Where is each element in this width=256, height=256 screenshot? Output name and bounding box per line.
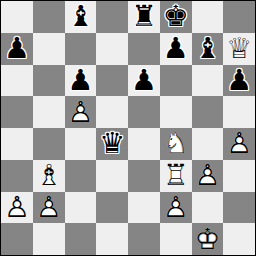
square-h2[interactable]	[223, 192, 255, 224]
square-d8[interactable]	[96, 1, 128, 33]
piece-white-queen-fill: ♛	[223, 33, 255, 65]
square-f1[interactable]	[160, 223, 192, 255]
square-d1[interactable]	[96, 223, 128, 255]
square-a4[interactable]	[1, 128, 33, 160]
square-e6[interactable]: ♟	[128, 65, 160, 97]
square-c5[interactable]: ♟♙	[65, 96, 97, 128]
square-e8[interactable]: ♜	[128, 1, 160, 33]
square-g1[interactable]: ♚♔	[192, 223, 224, 255]
piece-white-pawn-fill: ♟	[33, 192, 65, 224]
piece-black-pawn-f7[interactable]: ♟	[160, 33, 192, 65]
piece-white-pawn-fill: ♟	[192, 160, 224, 192]
square-f7[interactable]: ♟	[160, 33, 192, 65]
square-e2[interactable]	[128, 192, 160, 224]
piece-white-rook-fill: ♜	[160, 160, 192, 192]
square-h8[interactable]	[223, 1, 255, 33]
piece-white-pawn-f2[interactable]: ♙	[160, 192, 192, 224]
square-c7[interactable]	[65, 33, 97, 65]
square-f6[interactable]	[160, 65, 192, 97]
piece-white-bishop-fill: ♝	[33, 160, 65, 192]
square-b5[interactable]	[33, 96, 65, 128]
square-c8[interactable]: ♝	[65, 1, 97, 33]
piece-white-pawn-fill: ♟	[65, 96, 97, 128]
piece-black-pawn-e6[interactable]: ♟	[128, 65, 160, 97]
square-a5[interactable]	[1, 96, 33, 128]
piece-black-pawn-h6[interactable]: ♟	[223, 65, 255, 97]
piece-black-pawn-c6[interactable]: ♟	[65, 65, 97, 97]
piece-black-bishop-c8[interactable]: ♝	[65, 1, 97, 33]
square-g3[interactable]: ♟♙	[192, 160, 224, 192]
piece-white-pawn-g3[interactable]: ♙	[192, 160, 224, 192]
square-f3[interactable]: ♜♖	[160, 160, 192, 192]
piece-white-pawn-b2[interactable]: ♙	[33, 192, 65, 224]
piece-white-queen-h7[interactable]: ♕	[223, 33, 255, 65]
square-h7[interactable]: ♛♕	[223, 33, 255, 65]
piece-white-knight-f4[interactable]: ♘	[160, 128, 192, 160]
square-h6[interactable]: ♟	[223, 65, 255, 97]
piece-white-pawn-c5[interactable]: ♙	[65, 96, 97, 128]
piece-black-pawn-a7[interactable]: ♟	[1, 33, 33, 65]
square-g5[interactable]	[192, 96, 224, 128]
piece-white-king-g1[interactable]: ♔	[192, 223, 224, 255]
piece-black-queen-d4[interactable]: ♛	[96, 128, 128, 160]
square-b6[interactable]	[33, 65, 65, 97]
square-c6[interactable]: ♟	[65, 65, 97, 97]
square-h1[interactable]	[223, 223, 255, 255]
square-g4[interactable]	[192, 128, 224, 160]
square-e7[interactable]	[128, 33, 160, 65]
square-e3[interactable]	[128, 160, 160, 192]
chess-board: ♝♜♚♟♟♝♛♕♟♟♟♟♙♛♞♘♟♙♝♗♜♖♟♙♟♙♟♙♟♙♚♔	[0, 0, 256, 256]
piece-black-rook-e8[interactable]: ♜	[128, 1, 160, 33]
square-g2[interactable]	[192, 192, 224, 224]
square-b4[interactable]	[33, 128, 65, 160]
square-f2[interactable]: ♟♙	[160, 192, 192, 224]
square-h3[interactable]	[223, 160, 255, 192]
square-a2[interactable]: ♟♙	[1, 192, 33, 224]
piece-white-king-fill: ♚	[192, 223, 224, 255]
square-c1[interactable]	[65, 223, 97, 255]
square-e5[interactable]	[128, 96, 160, 128]
square-b3[interactable]: ♝♗	[33, 160, 65, 192]
square-a3[interactable]	[1, 160, 33, 192]
square-c4[interactable]	[65, 128, 97, 160]
square-b7[interactable]	[33, 33, 65, 65]
square-e1[interactable]	[128, 223, 160, 255]
square-a7[interactable]: ♟	[1, 33, 33, 65]
square-e4[interactable]	[128, 128, 160, 160]
chess-diagram: ♝♜♚♟♟♝♛♕♟♟♟♟♙♛♞♘♟♙♝♗♜♖♟♙♟♙♟♙♟♙♚♔	[0, 0, 256, 256]
piece-white-pawn-a2[interactable]: ♙	[1, 192, 33, 224]
piece-white-rook-f3[interactable]: ♖	[160, 160, 192, 192]
square-d3[interactable]	[96, 160, 128, 192]
square-g8[interactable]	[192, 1, 224, 33]
square-b2[interactable]: ♟♙	[33, 192, 65, 224]
square-b1[interactable]	[33, 223, 65, 255]
square-a6[interactable]	[1, 65, 33, 97]
square-d2[interactable]	[96, 192, 128, 224]
square-d6[interactable]	[96, 65, 128, 97]
square-c2[interactable]	[65, 192, 97, 224]
square-h5[interactable]	[223, 96, 255, 128]
piece-white-pawn-h4[interactable]: ♙	[223, 128, 255, 160]
square-a8[interactable]	[1, 1, 33, 33]
piece-white-bishop-b3[interactable]: ♗	[33, 160, 65, 192]
piece-black-bishop-g7[interactable]: ♝	[192, 33, 224, 65]
piece-white-pawn-fill: ♟	[1, 192, 33, 224]
square-b8[interactable]	[33, 1, 65, 33]
square-d5[interactable]	[96, 96, 128, 128]
piece-white-pawn-fill: ♟	[223, 128, 255, 160]
square-h4[interactable]: ♟♙	[223, 128, 255, 160]
square-g7[interactable]: ♝	[192, 33, 224, 65]
piece-black-king-f8[interactable]: ♚	[160, 1, 192, 33]
square-a1[interactable]	[1, 223, 33, 255]
square-f5[interactable]	[160, 96, 192, 128]
square-f8[interactable]: ♚	[160, 1, 192, 33]
square-d7[interactable]	[96, 33, 128, 65]
square-c3[interactable]	[65, 160, 97, 192]
piece-white-pawn-fill: ♟	[160, 192, 192, 224]
square-f4[interactable]: ♞♘	[160, 128, 192, 160]
square-g6[interactable]	[192, 65, 224, 97]
square-d4[interactable]: ♛	[96, 128, 128, 160]
piece-white-knight-fill: ♞	[160, 128, 192, 160]
